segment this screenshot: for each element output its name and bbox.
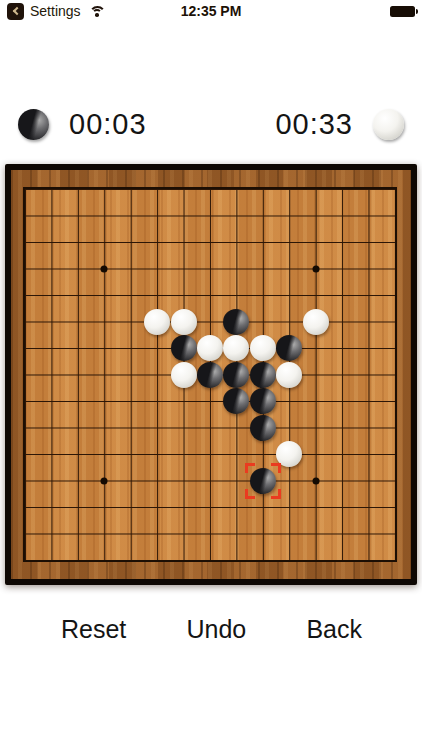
player-clocks: 00:03 00:33 <box>0 108 422 140</box>
black-time: 00:03 <box>69 108 147 141</box>
white-stone <box>276 362 302 388</box>
white-stone <box>276 441 302 467</box>
black-stone <box>197 362 223 388</box>
white-stone <box>144 309 170 335</box>
black-stone <box>250 468 276 494</box>
white-stone <box>171 362 197 388</box>
status-bar: Settings 12:35 PM <box>0 0 422 22</box>
white-stone-icon <box>373 109 404 140</box>
star-point <box>101 265 108 272</box>
white-stone <box>223 335 249 361</box>
game-board <box>5 164 417 585</box>
board-grid[interactable] <box>23 187 397 562</box>
reset-button[interactable]: Reset <box>61 615 126 644</box>
action-buttons: Reset Undo Back <box>0 615 422 644</box>
black-stone <box>223 388 249 414</box>
black-stone <box>250 362 276 388</box>
white-stone <box>197 335 223 361</box>
white-player-clock: 00:33 <box>275 108 404 141</box>
black-stone <box>250 388 276 414</box>
star-point <box>101 477 108 484</box>
white-stone <box>303 309 329 335</box>
white-stone <box>250 335 276 361</box>
black-stone <box>276 335 302 361</box>
white-time: 00:33 <box>275 108 353 141</box>
status-time: 12:35 PM <box>0 3 422 19</box>
star-point <box>312 477 319 484</box>
black-stone <box>223 309 249 335</box>
back-button[interactable]: Back <box>306 615 362 644</box>
black-stone <box>250 415 276 441</box>
white-stone <box>171 309 197 335</box>
black-stone-icon <box>18 109 49 140</box>
black-stone <box>171 335 197 361</box>
star-point <box>312 265 319 272</box>
undo-button[interactable]: Undo <box>186 615 246 644</box>
black-stone <box>223 362 249 388</box>
battery-icon <box>390 6 415 17</box>
black-player-clock: 00:03 <box>18 108 147 141</box>
